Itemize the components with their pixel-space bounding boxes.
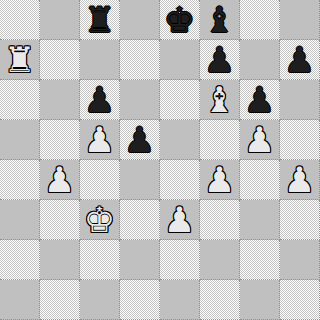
- square-e5[interactable]: [160, 120, 200, 160]
- square-f4[interactable]: ♟: [200, 160, 240, 200]
- square-d2[interactable]: [120, 240, 160, 280]
- black-pawn: ♟: [284, 40, 315, 80]
- square-b3[interactable]: [40, 200, 80, 240]
- square-d7[interactable]: [120, 40, 160, 80]
- square-g8[interactable]: [240, 0, 280, 40]
- square-c6[interactable]: ♟: [80, 80, 120, 120]
- square-g1[interactable]: [240, 280, 280, 320]
- square-f6[interactable]: ♝: [200, 80, 240, 120]
- square-h1[interactable]: [280, 280, 320, 320]
- square-h6[interactable]: [280, 80, 320, 120]
- square-h8[interactable]: [280, 0, 320, 40]
- square-h3[interactable]: [280, 200, 320, 240]
- square-b6[interactable]: [40, 80, 80, 120]
- square-g6[interactable]: ♟: [240, 80, 280, 120]
- square-d5[interactable]: ♟: [120, 120, 160, 160]
- square-a5[interactable]: [0, 120, 40, 160]
- square-h5[interactable]: [280, 120, 320, 160]
- square-e1[interactable]: [160, 280, 200, 320]
- black-king: ♚: [164, 0, 195, 40]
- square-b7[interactable]: [40, 40, 80, 80]
- white-bishop: ♝: [204, 80, 235, 120]
- square-e8[interactable]: ♚: [160, 0, 200, 40]
- white-rook: ♜: [4, 40, 35, 80]
- white-pawn: ♟: [284, 160, 315, 200]
- square-d1[interactable]: [120, 280, 160, 320]
- black-bishop: ♝: [204, 0, 235, 40]
- chess-board: ♜♚♝♜♟♟♟♝♟♟♟♟♟♟♟♚♟: [0, 0, 320, 320]
- square-c8[interactable]: ♜: [80, 0, 120, 40]
- square-c5[interactable]: ♟: [80, 120, 120, 160]
- white-pawn: ♟: [84, 120, 115, 160]
- square-f8[interactable]: ♝: [200, 0, 240, 40]
- square-f7[interactable]: ♟: [200, 40, 240, 80]
- square-e7[interactable]: [160, 40, 200, 80]
- white-pawn: ♟: [164, 200, 195, 240]
- square-d6[interactable]: [120, 80, 160, 120]
- black-pawn: ♟: [124, 120, 155, 160]
- square-c7[interactable]: [80, 40, 120, 80]
- square-d8[interactable]: [120, 0, 160, 40]
- square-g7[interactable]: [240, 40, 280, 80]
- black-pawn: ♟: [84, 80, 115, 120]
- square-a2[interactable]: [0, 240, 40, 280]
- square-g3[interactable]: [240, 200, 280, 240]
- square-a4[interactable]: [0, 160, 40, 200]
- black-pawn: ♟: [204, 40, 235, 80]
- square-h2[interactable]: [280, 240, 320, 280]
- square-a8[interactable]: [0, 0, 40, 40]
- square-f5[interactable]: [200, 120, 240, 160]
- square-c4[interactable]: [80, 160, 120, 200]
- square-f2[interactable]: [200, 240, 240, 280]
- square-f3[interactable]: [200, 200, 240, 240]
- square-g4[interactable]: [240, 160, 280, 200]
- square-b1[interactable]: [40, 280, 80, 320]
- square-g2[interactable]: [240, 240, 280, 280]
- board-wrap: ♜♚♝♜♟♟♟♝♟♟♟♟♟♟♟♚♟: [0, 0, 320, 320]
- white-pawn: ♟: [244, 120, 275, 160]
- white-pawn: ♟: [204, 160, 235, 200]
- square-f1[interactable]: [200, 280, 240, 320]
- square-b4[interactable]: ♟: [40, 160, 80, 200]
- square-h4[interactable]: ♟: [280, 160, 320, 200]
- white-king: ♚: [84, 200, 115, 240]
- square-a7[interactable]: ♜: [0, 40, 40, 80]
- square-d3[interactable]: [120, 200, 160, 240]
- square-a6[interactable]: [0, 80, 40, 120]
- square-g5[interactable]: ♟: [240, 120, 280, 160]
- black-rook: ♜: [84, 0, 115, 40]
- square-b8[interactable]: [40, 0, 80, 40]
- square-e2[interactable]: [160, 240, 200, 280]
- square-e4[interactable]: [160, 160, 200, 200]
- square-c2[interactable]: [80, 240, 120, 280]
- square-a3[interactable]: [0, 200, 40, 240]
- square-a1[interactable]: [0, 280, 40, 320]
- square-c3[interactable]: ♚: [80, 200, 120, 240]
- black-pawn: ♟: [244, 80, 275, 120]
- square-d4[interactable]: [120, 160, 160, 200]
- square-h7[interactable]: ♟: [280, 40, 320, 80]
- square-e3[interactable]: ♟: [160, 200, 200, 240]
- square-c1[interactable]: [80, 280, 120, 320]
- white-pawn: ♟: [44, 160, 75, 200]
- square-b2[interactable]: [40, 240, 80, 280]
- square-b5[interactable]: [40, 120, 80, 160]
- square-e6[interactable]: [160, 80, 200, 120]
